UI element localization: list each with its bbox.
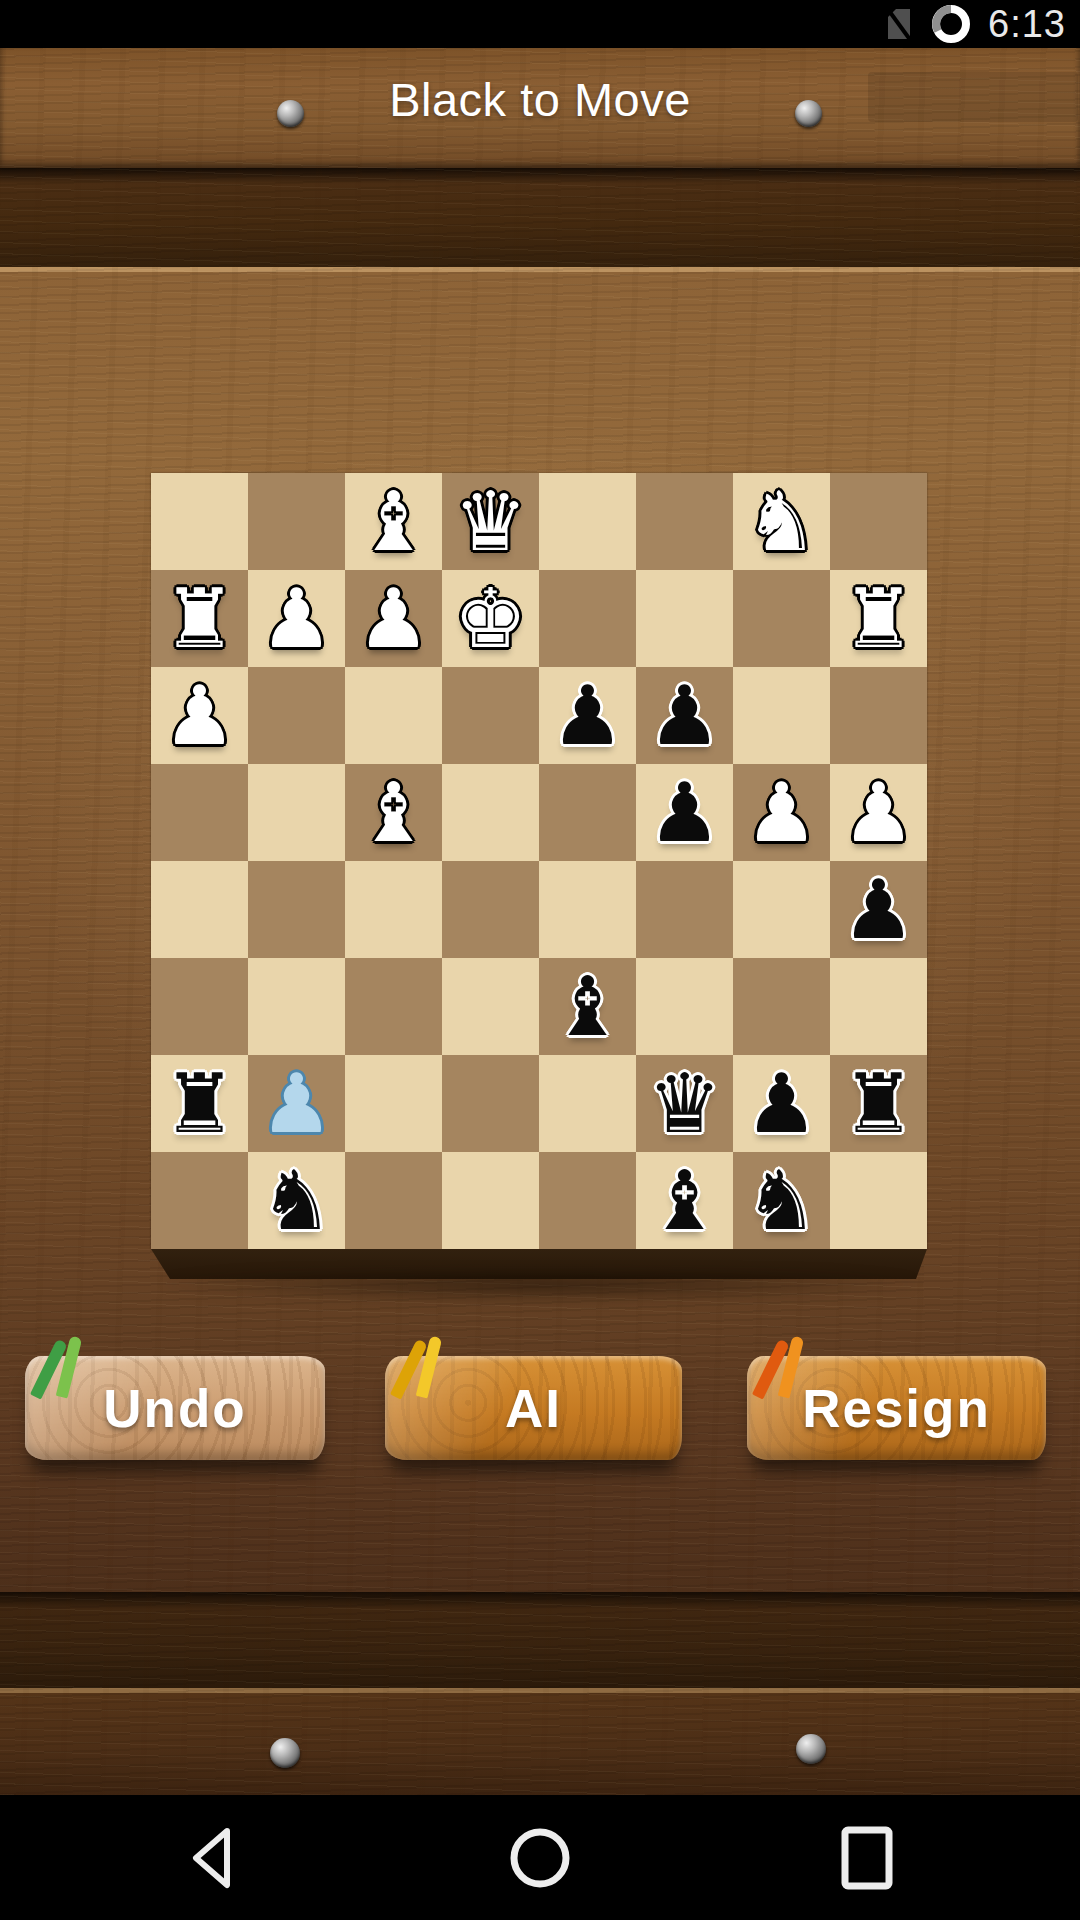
board-square[interactable]: ♜ [151,570,248,667]
board-square[interactable] [830,473,927,570]
board-square[interactable]: ♟ [636,764,733,861]
board-square[interactable]: ♛ [442,473,539,570]
board-square[interactable]: ♟ [345,570,442,667]
recents-button[interactable] [787,1795,947,1920]
board-square[interactable] [539,861,636,958]
chess-piece[interactable]: ♞ [260,1152,334,1249]
chess-piece[interactable]: ♝ [357,473,431,570]
chess-piece[interactable]: ♞ [745,473,819,570]
board-square[interactable]: ♟ [248,1055,345,1152]
chess-piece[interactable]: ♝ [357,764,431,861]
chess-piece[interactable]: ♟ [842,861,916,958]
data-loader-icon [930,3,972,45]
board-square[interactable] [442,1152,539,1249]
board-square[interactable]: ♞ [248,1152,345,1249]
chess-piece[interactable]: ♟ [648,667,722,764]
board-square[interactable] [539,1152,636,1249]
home-button[interactable] [460,1795,620,1920]
chess-piece[interactable]: ♟ [648,764,722,861]
home-icon [507,1825,573,1891]
board-square[interactable]: ♝ [636,1152,733,1249]
chess-piece[interactable]: ♟ [551,667,625,764]
board-square[interactable] [345,861,442,958]
board-square[interactable]: ♝ [539,958,636,1055]
board-square[interactable] [539,473,636,570]
ai-button[interactable]: AI [385,1356,682,1460]
chess-piece[interactable]: ♜ [163,1055,237,1152]
undo-button[interactable]: Undo [25,1356,325,1460]
chess-piece[interactable]: ♟ [842,764,916,861]
board-square[interactable] [151,473,248,570]
board-square[interactable] [636,861,733,958]
chess-piece[interactable]: ♟ [745,1055,819,1152]
wood-dark-band-top [0,168,1080,272]
page-title: Black to Move [0,72,1080,127]
board-square[interactable] [830,1152,927,1249]
undo-button-label: Undo [103,1378,246,1439]
resign-button-label: Resign [802,1378,991,1439]
chess-piece[interactable]: ♜ [842,1055,916,1152]
board-square[interactable] [830,667,927,764]
board-square[interactable] [248,861,345,958]
back-icon [184,1825,242,1891]
wood-dark-band-bottom [0,1592,1080,1693]
chess-board[interactable]: ♝♛♞♜♟♟♚♜♟♟♟♝♟♟♟♟♝♜♟♛♟♜♞♝♞ [151,473,927,1249]
no-sim-icon [884,5,914,43]
board-square[interactable]: ♟ [636,667,733,764]
chess-piece[interactable]: ♛ [454,473,528,570]
board-square[interactable] [636,570,733,667]
board-square[interactable] [151,958,248,1055]
board-square[interactable]: ♟ [830,861,927,958]
board-square[interactable] [151,764,248,861]
board-square[interactable]: ♜ [151,1055,248,1152]
board-square[interactable] [248,667,345,764]
chess-piece[interactable]: ♟ [357,570,431,667]
board-square[interactable] [733,861,830,958]
board-square[interactable] [151,1152,248,1249]
chess-piece[interactable]: ♜ [163,570,237,667]
board-square[interactable] [345,958,442,1055]
board-square[interactable] [539,570,636,667]
board-square[interactable] [733,570,830,667]
board-square[interactable] [345,1055,442,1152]
recents-icon [837,1825,897,1891]
chess-piece[interactable]: ♜ [842,570,916,667]
status-bar: 6:13 [0,0,1080,48]
chess-piece[interactable]: ♞ [745,1152,819,1249]
board-square[interactable]: ♝ [345,473,442,570]
board-square[interactable] [733,667,830,764]
chess-piece[interactable]: ♟ [260,570,334,667]
board-square[interactable]: ♟ [151,667,248,764]
ai-button-label: AI [505,1378,562,1439]
clock-time: 6:13 [988,3,1066,46]
board-square[interactable] [442,861,539,958]
chess-piece[interactable]: ♟ [745,764,819,861]
board-square[interactable] [539,764,636,861]
board-square[interactable]: ♚ [442,570,539,667]
board-square[interactable] [151,861,248,958]
board-square[interactable]: ♟ [830,764,927,861]
chess-piece[interactable]: ♝ [551,958,625,1055]
board-square[interactable] [636,473,733,570]
chess-piece[interactable]: ♟ [260,1055,334,1152]
chess-piece[interactable]: ♟ [163,667,237,764]
board-square[interactable] [345,667,442,764]
board-square[interactable] [442,764,539,861]
board-square[interactable] [636,958,733,1055]
board-square[interactable] [442,667,539,764]
resign-button[interactable]: Resign [747,1356,1046,1460]
board-square[interactable]: ♟ [733,1055,830,1152]
board-square[interactable]: ♜ [830,570,927,667]
board-square[interactable]: ♞ [733,473,830,570]
board-square[interactable]: ♟ [733,764,830,861]
board-square[interactable] [248,473,345,570]
board-square[interactable]: ♛ [636,1055,733,1152]
rivet-icon [796,1734,826,1764]
board-square[interactable] [830,958,927,1055]
board-square[interactable]: ♟ [248,570,345,667]
board-square[interactable]: ♞ [733,1152,830,1249]
board-shadow [165,1272,915,1302]
chess-piece[interactable]: ♝ [648,1152,722,1249]
board-square[interactable]: ♟ [539,667,636,764]
board-square[interactable] [539,1055,636,1152]
board-square[interactable] [248,764,345,861]
board-square[interactable] [733,958,830,1055]
board-square[interactable] [442,958,539,1055]
wood-bottom-plank [0,1693,1080,1795]
board-square[interactable] [442,1055,539,1152]
back-button[interactable] [133,1795,293,1920]
board-square[interactable]: ♜ [830,1055,927,1152]
board-square[interactable]: ♝ [345,764,442,861]
board-square[interactable] [248,958,345,1055]
chess-piece[interactable]: ♛ [648,1055,722,1152]
board-square[interactable] [345,1152,442,1249]
nav-bar [0,1795,1080,1920]
rivet-icon [270,1738,300,1768]
chess-piece[interactable]: ♚ [454,570,528,667]
